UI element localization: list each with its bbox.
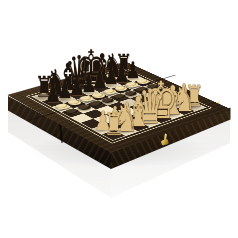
square-e7 [90, 84, 111, 92]
square-g1 [173, 106, 195, 115]
floor-reflection-left [0, 0, 238, 238]
square-b1 [114, 126, 137, 136]
square-d7 [78, 87, 99, 95]
square-f2 [151, 105, 173, 114]
piece-white-pawn: ♟ [131, 96, 148, 121]
square-c4 [96, 106, 118, 115]
square-d3 [118, 107, 140, 116]
piece-shadow [91, 127, 111, 133]
square-c6 [76, 96, 98, 105]
square-a4 [71, 113, 94, 122]
draughts-disc-dark [136, 87, 148, 92]
square-b3 [94, 115, 117, 124]
piece-white-pawn: ♟ [165, 85, 181, 110]
piece-black-pawn: ♟ [45, 82, 61, 107]
draughts-disc-dark [147, 84, 159, 89]
piece-white-knight: ♞ [172, 81, 195, 116]
piece-shadow [138, 120, 157, 125]
piece-shadow [45, 92, 63, 97]
fold-seam-icon [28, 75, 175, 121]
piece-shadow [103, 123, 122, 128]
chess-board [7, 62, 230, 153]
draughts-disc-light [68, 100, 81, 105]
square-a7 [42, 98, 64, 107]
pieces-layer: ♜♞♝♛♚♝♞♜♟♟♟♟♟♟♟♟♟♟♟♟♟♟♟♟♜♞♝♛♚♝♞♜ [0, 0, 238, 238]
square-g4 [141, 91, 162, 99]
piece-white-pawn: ♟ [176, 82, 192, 106]
piece-shadow [80, 82, 98, 87]
draughts-disc-dark [90, 101, 103, 106]
square-b8 [45, 90, 66, 98]
square-f8 [92, 76, 112, 84]
piece-white-pawn: ♟ [154, 89, 170, 114]
piece-white-bishop: ♝ [159, 81, 185, 121]
latch-plate-icon [161, 139, 169, 146]
piece-black-bishop: ♝ [55, 59, 80, 97]
square-a5 [61, 108, 83, 117]
square-c7 [66, 91, 87, 99]
piece-shadow [127, 115, 146, 120]
square-d8 [69, 83, 90, 91]
piece-shadow [101, 133, 121, 139]
floor-shadow [0, 0, 238, 238]
piece-shadow [91, 78, 108, 83]
piece-black-knight: ♞ [102, 50, 124, 83]
square-d4 [107, 102, 129, 111]
fold-seam-icon [59, 121, 63, 143]
piece-shadow [162, 104, 180, 109]
square-f1 [162, 110, 184, 119]
draughts-disc-dark [102, 98, 114, 103]
piece-shadow [68, 85, 86, 90]
playing-field [31, 70, 206, 141]
square-a1 [102, 130, 125, 140]
draughts-disc-light [126, 82, 138, 87]
piece-black-knight: ♞ [44, 65, 67, 99]
square-b6 [64, 99, 86, 108]
square-h6 [133, 79, 153, 87]
square-h4 [152, 88, 173, 96]
piece-shadow [123, 76, 140, 81]
piece-black-king: ♚ [75, 44, 106, 91]
square-e2 [140, 108, 162, 117]
draughts-disc-dark [78, 105, 91, 110]
square-b2 [104, 120, 127, 130]
piece-shadow [66, 93, 84, 98]
square-h2 [173, 97, 194, 106]
square-g8 [103, 73, 123, 81]
square-a2 [91, 124, 114, 134]
draughts-disc-dark [114, 94, 126, 99]
square-h5 [142, 83, 163, 91]
square-a3 [81, 119, 104, 129]
draughts-disc-light [104, 89, 116, 94]
box-side-right [0, 0, 238, 238]
square-e3 [129, 103, 151, 112]
piece-shadow [102, 75, 119, 80]
piece-black-pawn: ♟ [69, 75, 85, 99]
draughts-disc-dark [125, 91, 137, 96]
piece-black-pawn: ♟ [92, 69, 108, 93]
square-g2 [162, 101, 184, 110]
piece-white-knight: ♞ [114, 100, 139, 137]
piece-black-pawn: ♟ [125, 59, 140, 82]
latch-plate-icon [214, 107, 222, 114]
piece-black-pawn: ♟ [57, 78, 73, 103]
square-e1 [150, 114, 172, 123]
piece-black-bishop: ♝ [90, 50, 114, 87]
board-projection-wrapper [0, 0, 238, 238]
square-b5 [74, 104, 96, 113]
square-b7 [54, 94, 76, 103]
piece-black-pawn: ♟ [104, 65, 120, 89]
piece-black-queen: ♛ [65, 50, 94, 94]
piece-shadow [115, 119, 134, 124]
piece-white-pawn: ♟ [119, 100, 136, 126]
square-d6 [88, 92, 109, 100]
square-g5 [131, 87, 152, 95]
draughts-disc-dark [66, 109, 79, 114]
piece-shadow [57, 88, 75, 93]
piece-shadow [54, 97, 72, 102]
square-d2 [128, 112, 150, 121]
piece-white-rook: ♜ [103, 109, 124, 140]
draughts-disc-light [56, 104, 69, 109]
draughts-disc-light [80, 96, 92, 101]
piece-shadow [78, 90, 96, 95]
latch-hook-icon [163, 133, 167, 142]
piece-white-rook: ♜ [185, 83, 204, 112]
square-f6 [111, 85, 132, 93]
piece-black-pawn: ♟ [81, 72, 97, 96]
draughts-disc-light [137, 79, 149, 84]
piece-shadow [126, 125, 145, 130]
product-photo-stage: ♜♞♝♛♚♝♞♜♟♟♟♟♟♟♟♟♟♟♟♟♟♟♟♟♜♞♝♛♚♝♞♜ [0, 0, 238, 238]
piece-shadow [113, 72, 130, 77]
piece-shadow [150, 116, 169, 121]
piece-black-pawn: ♟ [115, 62, 130, 85]
piece-shadow [32, 95, 50, 100]
box-side-left [0, 0, 238, 238]
piece-shadow [114, 129, 134, 135]
square-e6 [99, 89, 120, 97]
piece-white-pawn: ♟ [142, 92, 159, 117]
square-c8 [57, 86, 78, 94]
square-h8 [114, 70, 134, 78]
square-g6 [122, 82, 143, 90]
draughts-disc-light [115, 86, 127, 91]
piece-shadow [112, 80, 129, 85]
piece-shadow [89, 86, 107, 91]
square-g3 [152, 96, 173, 105]
draughts-disc-light [92, 93, 104, 98]
piece-black-rook: ♜ [115, 52, 133, 79]
square-f7 [101, 81, 122, 89]
piece-shadow [172, 100, 190, 105]
square-h3 [163, 93, 184, 101]
piece-shadow [139, 111, 158, 116]
piece-shadow [161, 113, 180, 118]
latch-hook-icon [216, 101, 220, 110]
square-f5 [120, 90, 141, 98]
piece-shadow [183, 105, 201, 110]
square-c5 [86, 101, 108, 110]
square-h1 [184, 102, 206, 111]
piece-shadow [101, 83, 119, 88]
square-e5 [109, 93, 130, 102]
square-c2 [116, 116, 139, 126]
piece-shadow [172, 109, 190, 114]
square-a8 [33, 93, 55, 102]
square-f3 [141, 100, 163, 109]
floor-reflection-right [0, 0, 238, 238]
piece-white-queen: ♛ [134, 83, 165, 130]
square-h7 [123, 74, 143, 82]
piece-white-king: ♚ [144, 76, 178, 127]
square-d1 [139, 118, 162, 128]
piece-shadow [42, 100, 60, 105]
piece-shadow [150, 107, 168, 112]
square-a6 [52, 103, 74, 112]
square-d5 [97, 97, 119, 106]
square-f4 [130, 95, 151, 104]
square-c1 [127, 122, 150, 132]
square-b4 [83, 110, 105, 119]
square-e8 [80, 79, 101, 87]
piece-white-bishop: ♝ [124, 92, 151, 133]
square-e4 [119, 98, 141, 107]
piece-white-pawn: ♟ [94, 108, 111, 134]
piece-white-pawn: ♟ [107, 104, 124, 130]
piece-black-rook: ♜ [34, 73, 53, 102]
square-g7 [112, 78, 132, 86]
square-c3 [106, 111, 128, 120]
